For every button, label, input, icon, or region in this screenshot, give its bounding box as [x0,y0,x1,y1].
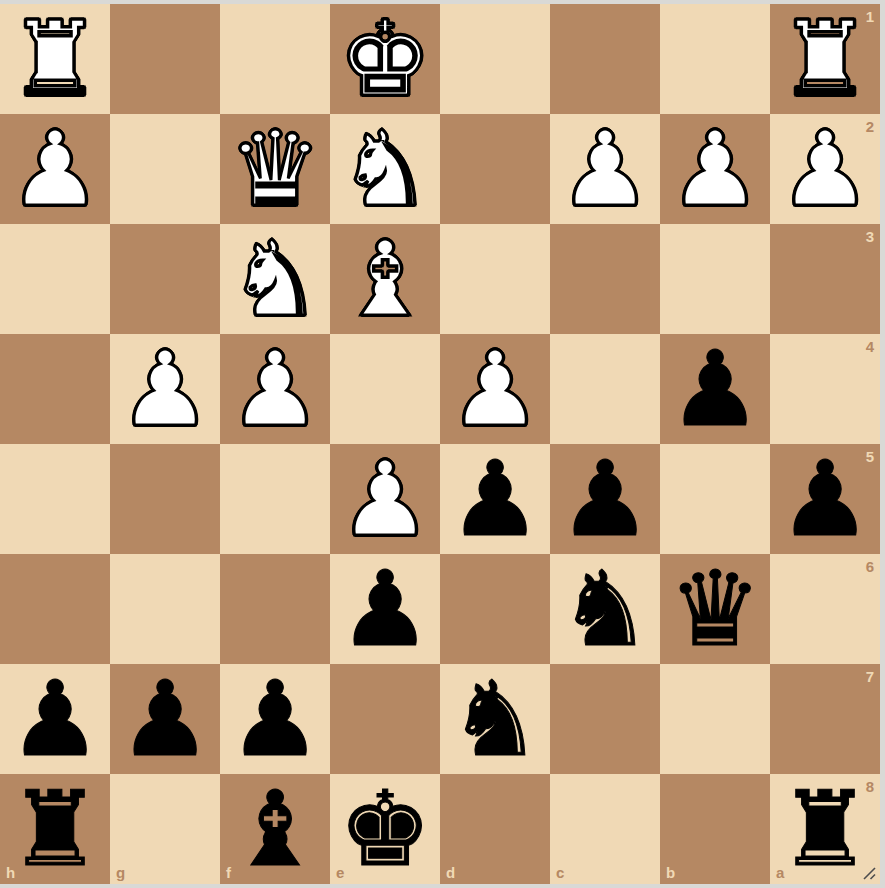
square-d1[interactable] [440,4,550,114]
piece-black-bishop[interactable]: ♝ [220,774,330,884]
file-label-g: g [116,865,125,880]
square-b4[interactable]: ♟ [660,334,770,444]
piece-white-pawn[interactable]: ♟ [220,334,330,444]
page-background: ♜♚♜1♟♛♞♟♟♟2♞♝3♟♟♟♟4♟♟♟♟5♟♞♛6♟♟♟♞7♜hg♝f♚e… [0,0,885,888]
piece-black-queen[interactable]: ♛ [660,554,770,664]
square-e6[interactable]: ♟ [330,554,440,664]
square-a5[interactable]: ♟5 [770,444,880,554]
square-c3[interactable] [550,224,660,334]
square-f5[interactable] [220,444,330,554]
square-h8[interactable]: ♜h [0,774,110,884]
piece-white-pawn[interactable]: ♟ [770,114,880,224]
rank-label-3: 3 [866,229,874,244]
square-g5[interactable] [110,444,220,554]
square-f8[interactable]: ♝f [220,774,330,884]
square-b1[interactable] [660,4,770,114]
piece-white-pawn[interactable]: ♟ [330,444,440,554]
square-g2[interactable] [110,114,220,224]
square-b8[interactable]: b [660,774,770,884]
piece-black-rook[interactable]: ♜ [0,774,110,884]
piece-white-pawn[interactable]: ♟ [0,114,110,224]
square-f7[interactable]: ♟ [220,664,330,774]
piece-white-bishop[interactable]: ♝ [330,224,440,334]
piece-white-rook[interactable]: ♜ [770,4,880,114]
square-e5[interactable]: ♟ [330,444,440,554]
square-a2[interactable]: ♟2 [770,114,880,224]
piece-white-pawn[interactable]: ♟ [550,114,660,224]
resize-handle-icon[interactable] [860,864,876,880]
square-g7[interactable]: ♟ [110,664,220,774]
square-f3[interactable]: ♞ [220,224,330,334]
square-h3[interactable] [0,224,110,334]
piece-white-queen[interactable]: ♛ [220,114,330,224]
piece-white-knight[interactable]: ♞ [330,114,440,224]
square-e4[interactable] [330,334,440,444]
square-c6[interactable]: ♞ [550,554,660,664]
square-g3[interactable] [110,224,220,334]
rank-label-6: 6 [866,559,874,574]
square-b3[interactable] [660,224,770,334]
square-c8[interactable]: c [550,774,660,884]
square-g8[interactable]: g [110,774,220,884]
square-d6[interactable] [440,554,550,664]
file-label-b: b [666,865,675,880]
piece-white-pawn[interactable]: ♟ [110,334,220,444]
square-a6[interactable]: 6 [770,554,880,664]
square-f1[interactable] [220,4,330,114]
rank-label-7: 7 [866,669,874,684]
square-c1[interactable] [550,4,660,114]
file-label-d: d [446,865,455,880]
square-d5[interactable]: ♟ [440,444,550,554]
square-c5[interactable]: ♟ [550,444,660,554]
piece-black-pawn[interactable]: ♟ [770,444,880,554]
square-a1[interactable]: ♜1 [770,4,880,114]
piece-black-knight[interactable]: ♞ [550,554,660,664]
square-d3[interactable] [440,224,550,334]
square-e1[interactable]: ♚ [330,4,440,114]
piece-black-pawn[interactable]: ♟ [220,664,330,774]
piece-black-pawn[interactable]: ♟ [0,664,110,774]
piece-black-knight[interactable]: ♞ [440,664,550,774]
square-a4[interactable]: 4 [770,334,880,444]
piece-white-king[interactable]: ♚ [330,4,440,114]
piece-black-pawn[interactable]: ♟ [550,444,660,554]
piece-black-king[interactable]: ♚ [330,774,440,884]
square-d2[interactable] [440,114,550,224]
piece-white-pawn[interactable]: ♟ [440,334,550,444]
square-d4[interactable]: ♟ [440,334,550,444]
piece-white-knight[interactable]: ♞ [220,224,330,334]
square-e2[interactable]: ♞ [330,114,440,224]
square-e3[interactable]: ♝ [330,224,440,334]
square-d7[interactable]: ♞ [440,664,550,774]
square-a7[interactable]: 7 [770,664,880,774]
square-h7[interactable]: ♟ [0,664,110,774]
square-c7[interactable] [550,664,660,774]
square-b7[interactable] [660,664,770,774]
square-b5[interactable] [660,444,770,554]
square-c4[interactable] [550,334,660,444]
square-h5[interactable] [0,444,110,554]
square-b6[interactable]: ♛ [660,554,770,664]
square-g4[interactable]: ♟ [110,334,220,444]
piece-black-pawn[interactable]: ♟ [440,444,550,554]
square-g1[interactable] [110,4,220,114]
file-label-c: c [556,865,564,880]
square-e7[interactable] [330,664,440,774]
piece-black-pawn[interactable]: ♟ [110,664,220,774]
square-f6[interactable] [220,554,330,664]
square-f2[interactable]: ♛ [220,114,330,224]
piece-black-pawn[interactable]: ♟ [330,554,440,664]
square-a3[interactable]: 3 [770,224,880,334]
square-h1[interactable]: ♜ [0,4,110,114]
square-g6[interactable] [110,554,220,664]
square-e8[interactable]: ♚e [330,774,440,884]
piece-white-rook[interactable]: ♜ [0,4,110,114]
square-h2[interactable]: ♟ [0,114,110,224]
square-h4[interactable] [0,334,110,444]
square-h6[interactable] [0,554,110,664]
square-f4[interactable]: ♟ [220,334,330,444]
chess-board: ♜♚♜1♟♛♞♟♟♟2♞♝3♟♟♟♟4♟♟♟♟5♟♞♛6♟♟♟♞7♜hg♝f♚e… [0,4,880,884]
square-b2[interactable]: ♟ [660,114,770,224]
square-c2[interactable]: ♟ [550,114,660,224]
piece-black-pawn[interactable]: ♟ [660,334,770,444]
rank-label-4: 4 [866,339,874,354]
piece-white-pawn[interactable]: ♟ [660,114,770,224]
square-d8[interactable]: d [440,774,550,884]
